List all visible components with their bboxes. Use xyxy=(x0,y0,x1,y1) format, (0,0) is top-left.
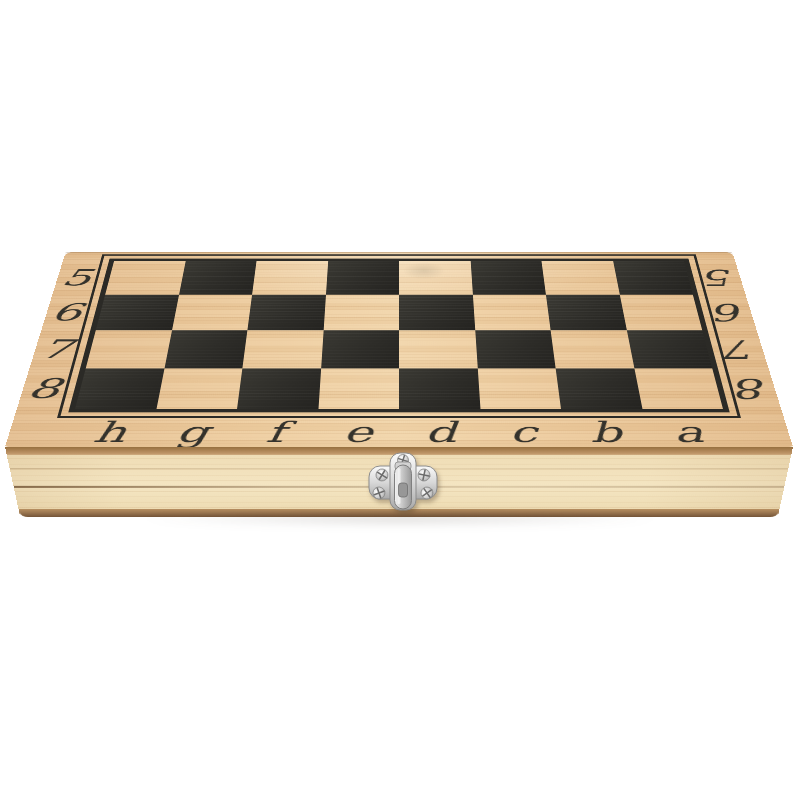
square-c8 xyxy=(477,368,561,409)
file-label-d: d xyxy=(424,418,457,447)
square-d7 xyxy=(399,330,477,368)
square-d6 xyxy=(399,295,475,331)
square-h8 xyxy=(75,368,164,409)
rank-label-right-7: 7 xyxy=(723,337,761,362)
square-e6 xyxy=(323,295,399,331)
board-top-face: 5678 5678 hgfedcba xyxy=(5,252,793,447)
clasp-latch-icon xyxy=(366,452,440,514)
square-a5 xyxy=(613,261,693,295)
square-c7 xyxy=(475,330,556,368)
square-g8 xyxy=(156,368,242,409)
square-b5 xyxy=(541,261,619,295)
square-f5 xyxy=(252,261,328,295)
product-photo-stage: 5678 5678 hgfedcba xyxy=(0,0,800,800)
file-label-g: g xyxy=(174,418,210,447)
square-f7 xyxy=(242,330,323,368)
square-a6 xyxy=(619,295,702,331)
square-b6 xyxy=(546,295,627,331)
square-c5 xyxy=(470,261,546,295)
rank-label-right-6: 6 xyxy=(713,300,750,324)
square-g5 xyxy=(179,261,257,295)
rank-label-left-7: 7 xyxy=(37,337,75,362)
square-b7 xyxy=(551,330,634,368)
file-label-a: a xyxy=(670,418,706,447)
square-e7 xyxy=(321,330,399,368)
square-e5 xyxy=(326,261,399,295)
square-e8 xyxy=(318,368,399,409)
square-f8 xyxy=(237,368,321,409)
rank-label-right-5: 5 xyxy=(704,266,739,288)
file-label-e: e xyxy=(342,418,372,447)
rank-label-left-8: 8 xyxy=(24,375,64,402)
square-b8 xyxy=(556,368,642,409)
square-h7 xyxy=(86,330,172,368)
square-g6 xyxy=(172,295,253,331)
square-c6 xyxy=(472,295,550,331)
file-label-f: f xyxy=(264,418,285,447)
rank-label-right-8: 8 xyxy=(734,375,774,402)
square-a8 xyxy=(634,368,723,409)
file-label-c: c xyxy=(508,418,539,447)
square-h6 xyxy=(96,295,179,331)
square-d8 xyxy=(399,368,480,409)
square-a7 xyxy=(626,330,712,368)
rank-label-left-6: 6 xyxy=(48,300,85,324)
latch-hasp xyxy=(395,462,412,509)
square-d5 xyxy=(399,261,472,295)
chess-board-grid xyxy=(75,261,723,409)
square-g7 xyxy=(164,330,247,368)
file-label-b: b xyxy=(587,418,623,447)
file-label-h: h xyxy=(91,418,130,447)
rank-label-left-5: 5 xyxy=(59,266,94,288)
file-labels: hgfedcba xyxy=(65,418,733,447)
square-f6 xyxy=(247,295,325,331)
square-h5 xyxy=(105,261,185,295)
